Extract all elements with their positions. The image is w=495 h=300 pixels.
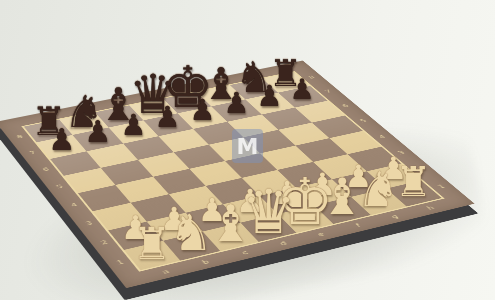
square-f1 — [314, 197, 370, 224]
square-a4 — [78, 185, 131, 211]
rank-label-west-3: 3 — [81, 219, 98, 227]
square-d4 — [189, 161, 242, 186]
square-a1 — [124, 241, 181, 271]
square-a3 — [93, 203, 147, 230]
square-g1 — [350, 189, 406, 216]
square-b4 — [116, 177, 169, 203]
file-label-c: c — [236, 248, 254, 257]
rank-label-west-8: 8 — [12, 133, 27, 140]
rank-label-east-2: 2 — [413, 166, 430, 174]
file-label-a: a — [157, 267, 175, 276]
square-d2 — [222, 196, 277, 223]
square-c2 — [185, 204, 240, 231]
square-b3 — [131, 194, 185, 221]
square-b5 — [101, 160, 153, 185]
rank-label-west-1: 1 — [112, 258, 129, 267]
square-a2 — [108, 221, 163, 249]
square-h2 — [366, 163, 421, 188]
square-d3 — [206, 178, 260, 204]
file-label-h: h — [422, 204, 439, 212]
square-f3 — [278, 162, 332, 187]
square-a5 — [64, 168, 116, 193]
rank-label-east-7: 7 — [321, 88, 336, 94]
file-label-g: g — [386, 212, 403, 220]
square-e2 — [259, 187, 314, 214]
file-label-b: b — [197, 257, 215, 266]
rank-label-east-6: 6 — [338, 103, 353, 110]
watermark: M — [232, 129, 263, 163]
rank-label-east-3: 3 — [393, 149, 409, 156]
rank-label-west-5: 5 — [52, 183, 68, 191]
square-h1 — [386, 180, 442, 206]
square-g2 — [331, 171, 386, 197]
square-d1 — [240, 214, 296, 242]
rank-label-east-1: 1 — [433, 183, 450, 191]
rank-label-east-5: 5 — [356, 118, 372, 125]
product-photo-scene: 1122334455667788abcdefgh ♜♞♝♛♚♝♞♜♟♟♟♟♟♟♟… — [0, 0, 495, 300]
square-b2 — [147, 213, 202, 241]
rank-label-east-8: 8 — [304, 74, 319, 80]
file-label-e: e — [312, 230, 329, 239]
square-e3 — [242, 170, 296, 196]
file-label-d: d — [274, 239, 291, 248]
rank-label-west-6: 6 — [38, 166, 54, 174]
rank-label-west-4: 4 — [66, 201, 82, 209]
square-c4 — [153, 169, 206, 195]
file-label-f: f — [349, 221, 366, 230]
square-f2 — [296, 179, 351, 205]
square-c3 — [169, 186, 223, 212]
rank-label-west-2: 2 — [96, 238, 113, 247]
rank-label-west-7: 7 — [25, 149, 40, 156]
rank-label-east-4: 4 — [374, 133, 390, 140]
square-c1 — [202, 223, 258, 252]
square-b1 — [163, 232, 219, 261]
watermark-letter: M — [237, 134, 259, 159]
square-e1 — [278, 205, 334, 233]
